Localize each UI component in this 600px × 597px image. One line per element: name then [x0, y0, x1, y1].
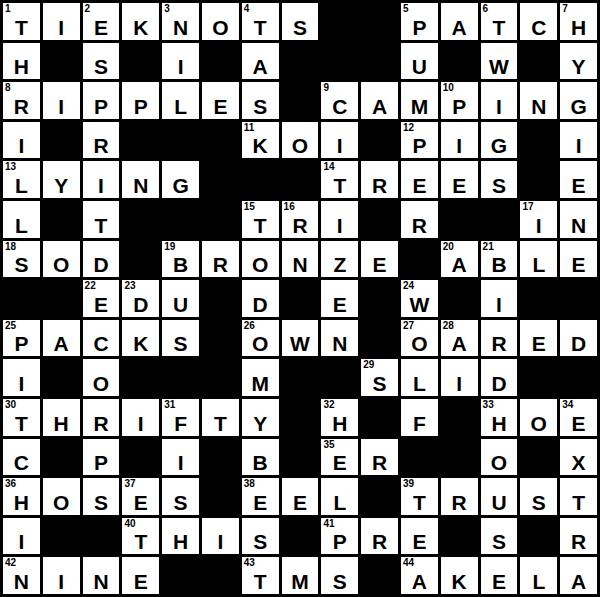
cell-letter: A: [242, 56, 279, 77]
cell-r4c2[interactable]: I: [83, 161, 120, 198]
cell-letter: U: [481, 492, 518, 513]
cell-r9c9[interactable]: 29S: [361, 359, 398, 396]
clue-number: 40: [124, 519, 135, 529]
cell-r11c14[interactable]: X: [560, 439, 597, 476]
cell-letter: I: [43, 17, 80, 38]
cell-r8c2[interactable]: C: [83, 320, 120, 357]
cell-r12c14[interactable]: T: [560, 478, 597, 515]
cell-r1c4[interactable]: I: [162, 43, 199, 80]
cell-letter: O: [401, 333, 438, 354]
cell-letter: H: [43, 413, 80, 434]
clue-number: 9: [323, 83, 329, 93]
cell-letter: L: [321, 492, 358, 513]
black-cell-r12c5: [202, 478, 239, 515]
black-cell-r12c9: [361, 478, 398, 515]
cell-letter: A: [560, 571, 597, 592]
black-cell-r13c7: [282, 518, 319, 555]
cell-r4c3[interactable]: N: [122, 161, 159, 198]
cell-r6c5[interactable]: R: [202, 241, 239, 278]
clue-number: 8: [5, 83, 11, 93]
cell-letter: N: [520, 96, 557, 117]
cell-r5c13[interactable]: 17I: [520, 201, 557, 238]
clue-number: 32: [323, 400, 334, 410]
cell-r0c6[interactable]: 4T: [242, 3, 279, 40]
cell-r7c2[interactable]: 22E: [83, 280, 120, 317]
cell-r10c4[interactable]: 31F: [162, 399, 199, 436]
cell-letter: A: [401, 571, 438, 592]
clue-number: 35: [323, 440, 334, 450]
cell-r2c13[interactable]: N: [520, 82, 557, 119]
black-cell-r14c9: [361, 557, 398, 594]
cell-letter: B: [162, 254, 199, 275]
cell-letter: N: [560, 215, 597, 236]
cell-r7c6[interactable]: D: [242, 280, 279, 317]
cell-r7c4[interactable]: U: [162, 280, 199, 317]
cell-r1c0[interactable]: H: [3, 43, 40, 80]
cell-letter: S: [242, 96, 279, 117]
cell-letter: O: [83, 373, 120, 394]
cell-r14c11[interactable]: K: [441, 557, 478, 594]
cell-r11c12[interactable]: O: [481, 439, 518, 476]
cell-r2c14[interactable]: G: [560, 82, 597, 119]
cell-r6c6[interactable]: O: [242, 241, 279, 278]
cell-r2c11[interactable]: 10P: [441, 82, 478, 119]
cell-r4c8[interactable]: 14T: [321, 161, 358, 198]
cell-r8c14[interactable]: D: [560, 320, 597, 357]
cell-r13c9[interactable]: R: [361, 518, 398, 555]
cell-r13c10[interactable]: E: [401, 518, 438, 555]
cell-r4c12[interactable]: S: [481, 161, 518, 198]
black-cell-r0c9: [361, 3, 398, 40]
cell-r5c0[interactable]: L: [3, 201, 40, 238]
cell-letter: O: [202, 17, 239, 38]
cell-r10c1[interactable]: H: [43, 399, 80, 436]
cell-r0c10[interactable]: 5P: [401, 3, 438, 40]
cell-letter: E: [122, 571, 159, 592]
cell-r0c1[interactable]: I: [43, 3, 80, 40]
cell-letter: H: [321, 413, 358, 434]
cell-r8c3[interactable]: K: [122, 320, 159, 357]
cell-r12c13[interactable]: S: [520, 478, 557, 515]
clue-number: 21: [483, 242, 494, 252]
cell-letter: T: [321, 175, 358, 196]
cell-r11c9[interactable]: R: [361, 439, 398, 476]
cell-r0c12[interactable]: 6T: [481, 3, 518, 40]
cell-r5c10[interactable]: R: [401, 201, 438, 238]
cell-r6c13[interactable]: L: [520, 241, 557, 278]
clue-number: 2: [85, 4, 91, 14]
black-cell-r8c9: [361, 320, 398, 357]
cell-letter: E: [83, 17, 120, 38]
cell-r1c14[interactable]: Y: [560, 43, 597, 80]
black-cell-r9c7: [282, 359, 319, 396]
cell-r3c11[interactable]: I: [441, 122, 478, 159]
cell-r6c7[interactable]: N: [282, 241, 319, 278]
cell-r12c4[interactable]: S: [162, 478, 199, 515]
cell-letter: O: [282, 135, 319, 156]
cell-letter: E: [122, 492, 159, 513]
cell-letter: E: [560, 413, 597, 434]
cell-letter: L: [3, 215, 40, 236]
clue-number: 42: [5, 558, 16, 568]
cell-letter: K: [122, 333, 159, 354]
cell-letter: E: [202, 96, 239, 117]
cell-r6c9[interactable]: E: [361, 241, 398, 278]
cell-r4c10[interactable]: E: [401, 161, 438, 198]
cell-r8c12[interactable]: R: [481, 320, 518, 357]
cell-letter: S: [162, 492, 199, 513]
cell-r6c2[interactable]: D: [83, 241, 120, 278]
cell-letter: L: [3, 175, 40, 196]
cell-r4c14[interactable]: E: [560, 161, 597, 198]
cell-letter: T: [83, 215, 120, 236]
cell-letter: T: [3, 413, 40, 434]
black-cell-r11c1: [43, 439, 80, 476]
cell-r14c6[interactable]: 43T: [242, 557, 279, 594]
cell-letter: R: [202, 254, 239, 275]
cell-letter: S: [83, 56, 120, 77]
black-cell-r11c3: [122, 439, 159, 476]
black-cell-r1c13: [520, 43, 557, 80]
cell-r12c3[interactable]: 37E: [122, 478, 159, 515]
cell-r7c3[interactable]: 23D: [122, 280, 159, 317]
cell-r8c6[interactable]: 26O: [242, 320, 279, 357]
cell-letter: C: [520, 17, 557, 38]
cell-r14c14[interactable]: A: [560, 557, 597, 594]
black-cell-r1c8: [321, 43, 358, 80]
cell-letter: E: [401, 531, 438, 552]
cell-r12c2[interactable]: S: [83, 478, 120, 515]
cell-r8c11[interactable]: 28A: [441, 320, 478, 357]
cell-r9c2[interactable]: O: [83, 359, 120, 396]
black-cell-r13c2: [83, 518, 120, 555]
cell-r9c11[interactable]: I: [441, 359, 478, 396]
cell-r1c10[interactable]: U: [401, 43, 438, 80]
cell-r3c0[interactable]: I: [3, 122, 40, 159]
cell-r13c14[interactable]: R: [560, 518, 597, 555]
black-cell-r5c11: [441, 201, 478, 238]
cell-r0c0[interactable]: 1T: [3, 3, 40, 40]
black-cell-r13c1: [43, 518, 80, 555]
black-cell-r7c13: [520, 280, 557, 317]
cell-r12c10[interactable]: 39T: [401, 478, 438, 515]
cell-r7c12[interactable]: I: [481, 280, 518, 317]
cell-r13c6[interactable]: S: [242, 518, 279, 555]
cell-r7c10[interactable]: 24W: [401, 280, 438, 317]
cell-r6c12[interactable]: 21B: [481, 241, 518, 278]
black-cell-r9c1: [43, 359, 80, 396]
cell-r5c2[interactable]: T: [83, 201, 120, 238]
cell-letter: B: [481, 254, 518, 275]
cell-r10c5[interactable]: T: [202, 399, 239, 436]
cell-letter: A: [441, 17, 478, 38]
cell-letter: P: [83, 452, 120, 473]
black-cell-r1c11: [441, 43, 478, 80]
black-cell-r3c9: [361, 122, 398, 159]
cell-r9c0[interactable]: I: [3, 359, 40, 396]
black-cell-r3c4: [162, 122, 199, 159]
cell-r10c10[interactable]: F: [401, 399, 438, 436]
cell-r14c8[interactable]: S: [321, 557, 358, 594]
cell-r8c4[interactable]: S: [162, 320, 199, 357]
cell-letter: A: [441, 333, 478, 354]
cell-r14c12[interactable]: E: [481, 557, 518, 594]
cell-letter: R: [361, 531, 398, 552]
cell-r2c10[interactable]: M: [401, 82, 438, 119]
black-cell-r5c4: [162, 201, 199, 238]
cell-r10c14[interactable]: 34E: [560, 399, 597, 436]
black-cell-r3c3: [122, 122, 159, 159]
cell-letter: E: [321, 452, 358, 473]
cell-r1c6[interactable]: A: [242, 43, 279, 80]
black-cell-r10c9: [361, 399, 398, 436]
cell-letter: P: [441, 96, 478, 117]
black-cell-r9c4: [162, 359, 199, 396]
cell-r13c3[interactable]: 40T: [122, 518, 159, 555]
cell-r2c1[interactable]: I: [43, 82, 80, 119]
clue-number: 43: [244, 558, 255, 568]
cell-r14c0[interactable]: 42N: [3, 557, 40, 594]
cell-r4c1[interactable]: Y: [43, 161, 80, 198]
cell-letter: P: [83, 96, 120, 117]
cell-r3c12[interactable]: G: [481, 122, 518, 159]
cell-r8c10[interactable]: 27O: [401, 320, 438, 357]
cell-letter: W: [401, 294, 438, 315]
cell-r12c0[interactable]: 36H: [3, 478, 40, 515]
cell-r2c9[interactable]: A: [361, 82, 398, 119]
cell-letter: U: [401, 56, 438, 77]
cell-r2c0[interactable]: 8R: [3, 82, 40, 119]
cell-r4c0[interactable]: 13L: [3, 161, 40, 198]
cell-r2c2[interactable]: P: [83, 82, 120, 119]
cell-r6c1[interactable]: O: [43, 241, 80, 278]
cell-letter: R: [441, 492, 478, 513]
black-cell-r11c10: [401, 439, 438, 476]
cell-r14c10[interactable]: 44A: [401, 557, 438, 594]
cell-r0c13[interactable]: C: [520, 3, 557, 40]
cell-letter: S: [361, 373, 398, 394]
cell-r11c2[interactable]: P: [83, 439, 120, 476]
cell-r0c4[interactable]: 3N: [162, 3, 199, 40]
cell-letter: S: [162, 333, 199, 354]
cell-r8c7[interactable]: W: [282, 320, 319, 357]
cell-letter: N: [282, 254, 319, 275]
cell-r3c2[interactable]: R: [83, 122, 120, 159]
clue-number: 25: [5, 321, 16, 331]
cell-r2c12[interactable]: I: [481, 82, 518, 119]
cell-r5c8[interactable]: I: [321, 201, 358, 238]
cell-letter: S: [83, 492, 120, 513]
cell-letter: C: [83, 333, 120, 354]
cell-r13c0[interactable]: I: [3, 518, 40, 555]
cell-r12c6[interactable]: 38E: [242, 478, 279, 515]
clue-number: 28: [443, 321, 454, 331]
cell-r10c2[interactable]: R: [83, 399, 120, 436]
cell-letter: P: [122, 96, 159, 117]
black-cell-r4c6: [242, 161, 279, 198]
black-cell-r9c3: [122, 359, 159, 396]
clue-number: 19: [164, 242, 175, 252]
clue-number: 14: [323, 162, 334, 172]
cell-letter: E: [401, 175, 438, 196]
cell-r6c8[interactable]: Z: [321, 241, 358, 278]
cell-r13c4[interactable]: H: [162, 518, 199, 555]
cell-letter: H: [3, 56, 40, 77]
cell-r12c8[interactable]: L: [321, 478, 358, 515]
cell-r0c2[interactable]: 2E: [83, 3, 120, 40]
cell-r0c11[interactable]: A: [441, 3, 478, 40]
cell-letter: R: [282, 215, 319, 236]
clue-number: 27: [403, 321, 414, 331]
black-cell-r7c11: [441, 280, 478, 317]
cell-r13c12[interactable]: S: [481, 518, 518, 555]
cell-r10c8[interactable]: 32H: [321, 399, 358, 436]
cell-r14c2[interactable]: N: [83, 557, 120, 594]
black-cell-r3c5: [202, 122, 239, 159]
cell-letter: I: [3, 373, 40, 394]
cell-r12c12[interactable]: U: [481, 478, 518, 515]
cell-letter: I: [162, 56, 199, 77]
cell-r13c5[interactable]: I: [202, 518, 239, 555]
cell-r6c11[interactable]: 20A: [441, 241, 478, 278]
black-cell-r11c5: [202, 439, 239, 476]
cell-r10c12[interactable]: 33H: [481, 399, 518, 436]
cell-letter: T: [242, 571, 279, 592]
cell-letter: W: [282, 333, 319, 354]
cell-letter: O: [520, 413, 557, 434]
cell-r10c13[interactable]: O: [520, 399, 557, 436]
cell-r12c11[interactable]: R: [441, 478, 478, 515]
cell-letter: M: [282, 571, 319, 592]
clue-number: 1: [5, 4, 11, 14]
cell-r4c9[interactable]: R: [361, 161, 398, 198]
cell-letter: P: [3, 333, 40, 354]
cell-r3c14[interactable]: I: [560, 122, 597, 159]
cell-letter: K: [242, 135, 279, 156]
cell-letter: R: [481, 333, 518, 354]
black-cell-r5c9: [361, 201, 398, 238]
cell-letter: F: [401, 413, 438, 434]
black-cell-r10c7: [282, 399, 319, 436]
cell-r14c1[interactable]: I: [43, 557, 80, 594]
cell-r12c7[interactable]: E: [282, 478, 319, 515]
cell-letter: S: [321, 571, 358, 592]
cell-r1c12[interactable]: W: [481, 43, 518, 80]
cell-letter: M: [242, 373, 279, 394]
clue-number: 20: [443, 242, 454, 252]
cell-r7c8[interactable]: E: [321, 280, 358, 317]
cell-letter: E: [560, 254, 597, 275]
clue-number: 12: [403, 123, 414, 133]
clue-number: 31: [164, 400, 175, 410]
black-cell-r4c13: [520, 161, 557, 198]
cell-r13c8[interactable]: 41P: [321, 518, 358, 555]
cell-r6c4[interactable]: 19B: [162, 241, 199, 278]
black-cell-r9c5: [202, 359, 239, 396]
cell-r14c3[interactable]: E: [122, 557, 159, 594]
clue-number: 30: [5, 400, 16, 410]
cell-r3c8[interactable]: I: [321, 122, 358, 159]
cell-r2c6[interactable]: S: [242, 82, 279, 119]
cell-r11c6[interactable]: B: [242, 439, 279, 476]
cell-letter: C: [3, 452, 40, 473]
cell-r10c3[interactable]: I: [122, 399, 159, 436]
clue-number: 24: [403, 281, 414, 291]
cell-r5c6[interactable]: 15T: [242, 201, 279, 238]
cell-letter: T: [3, 17, 40, 38]
clue-number: 39: [403, 479, 414, 489]
cell-r2c5[interactable]: E: [202, 82, 239, 119]
cell-r6c0[interactable]: 18S: [3, 241, 40, 278]
cell-r10c6[interactable]: Y: [242, 399, 279, 436]
clue-number: 34: [562, 400, 573, 410]
cell-r0c5[interactable]: O: [202, 3, 239, 40]
clue-number: 6: [483, 4, 489, 14]
cell-letter: I: [122, 413, 159, 434]
cell-r6c14[interactable]: E: [560, 241, 597, 278]
cell-r11c0[interactable]: C: [3, 439, 40, 476]
cell-r11c8[interactable]: 35E: [321, 439, 358, 476]
black-cell-r1c7: [282, 43, 319, 80]
cell-r0c14[interactable]: 7H: [560, 3, 597, 40]
cell-r8c8[interactable]: N: [321, 320, 358, 357]
cell-letter: I: [321, 215, 358, 236]
cell-r4c4[interactable]: G: [162, 161, 199, 198]
cell-letter: N: [162, 17, 199, 38]
cell-letter: B: [242, 452, 279, 473]
cell-letter: T: [242, 17, 279, 38]
cell-letter: G: [162, 175, 199, 196]
cell-letter: A: [43, 333, 80, 354]
cell-r3c6[interactable]: 11K: [242, 122, 279, 159]
cell-r9c12[interactable]: D: [481, 359, 518, 396]
cell-r10c0[interactable]: 30T: [3, 399, 40, 436]
cell-letter: I: [321, 135, 358, 156]
cell-r0c3[interactable]: K: [122, 3, 159, 40]
cell-r4c11[interactable]: E: [441, 161, 478, 198]
cell-letter: N: [3, 571, 40, 592]
cell-r2c4[interactable]: L: [162, 82, 199, 119]
cell-letter: P: [401, 17, 438, 38]
cell-r14c13[interactable]: L: [520, 557, 557, 594]
cell-r12c1[interactable]: O: [43, 478, 80, 515]
cell-r5c7[interactable]: 16R: [282, 201, 319, 238]
cell-letter: L: [520, 571, 557, 592]
cell-r8c1[interactable]: A: [43, 320, 80, 357]
cell-r2c8[interactable]: 9C: [321, 82, 358, 119]
black-cell-r11c7: [282, 439, 319, 476]
cell-r9c10[interactable]: L: [401, 359, 438, 396]
cell-r14c7[interactable]: M: [282, 557, 319, 594]
cell-r3c7[interactable]: O: [282, 122, 319, 159]
cell-r1c2[interactable]: S: [83, 43, 120, 80]
cell-r9c6[interactable]: M: [242, 359, 279, 396]
cell-r8c0[interactable]: 25P: [3, 320, 40, 357]
cell-r5c14[interactable]: N: [560, 201, 597, 238]
cell-r2c3[interactable]: P: [122, 82, 159, 119]
black-cell-r7c0: [3, 280, 40, 317]
cell-letter: A: [361, 96, 398, 117]
cell-r8c13[interactable]: E: [520, 320, 557, 357]
cell-r11c4[interactable]: I: [162, 439, 199, 476]
cell-r3c10[interactable]: 12P: [401, 122, 438, 159]
black-cell-r14c4: [162, 557, 199, 594]
cell-letter: I: [162, 452, 199, 473]
cell-letter: M: [401, 96, 438, 117]
cell-r0c7[interactable]: S: [282, 3, 319, 40]
cell-letter: T: [560, 492, 597, 513]
cell-letter: I: [202, 531, 239, 552]
